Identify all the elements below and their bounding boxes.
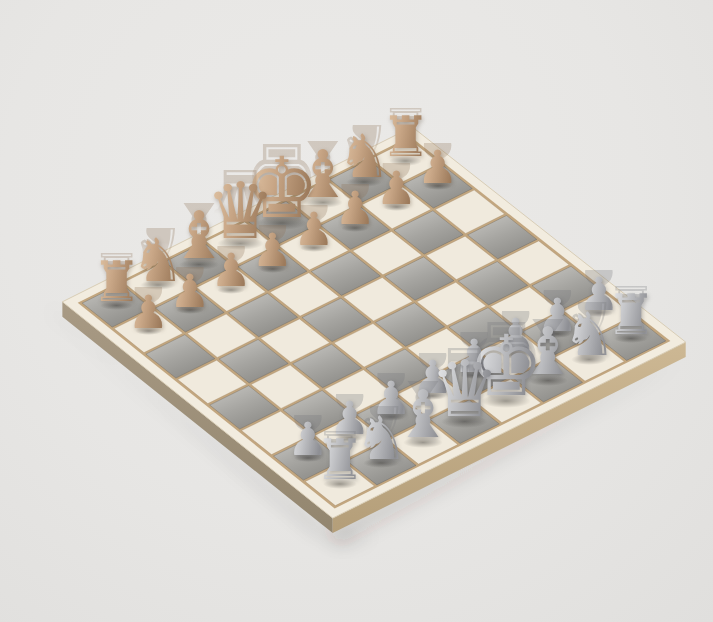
product-photo-scene: ♜♜♞♞♟♟♝♝♟♟♚♚♟♟♛♛♟♟♝♝♟♟♞♞♟♟♜♜♟♟♟♟♟♟♟♟♜♜♟♟… bbox=[0, 0, 713, 622]
chessboard bbox=[0, 0, 713, 622]
